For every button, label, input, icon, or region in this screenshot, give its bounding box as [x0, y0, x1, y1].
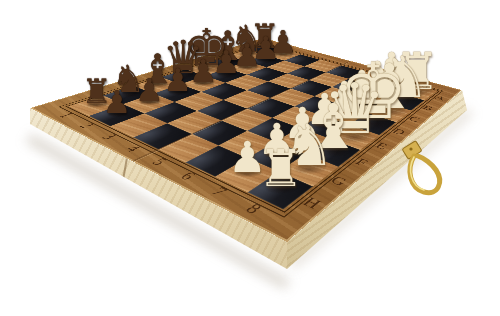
rank-label-1: 1 — [55, 112, 76, 120]
file-label-b: B — [421, 105, 435, 112]
clasp-loop — [410, 156, 440, 193]
file-label-d: D — [390, 127, 407, 136]
brass-clasp — [398, 140, 460, 204]
clasp-screw — [409, 147, 412, 150]
file-label-e: E — [373, 141, 390, 151]
file-label-c: C — [406, 115, 421, 123]
rank-label-6: 6 — [176, 170, 199, 182]
file-label-g: G — [327, 175, 349, 189]
rank-label-2: 2 — [76, 122, 97, 130]
rank-label-8: 8 — [241, 202, 264, 217]
chess-set-photo: 12345678HGFEDCBA ♜♟♞♟♝♟♚♟♛♟♟♝♜♟♟♞♞♟♟♜♝♟♟… — [0, 0, 500, 316]
file-label-f: F — [352, 157, 370, 168]
file-label-a: A — [433, 95, 447, 102]
rank-label-5: 5 — [148, 157, 170, 168]
rank-label-4: 4 — [122, 144, 144, 154]
rank-label-7: 7 — [207, 185, 230, 198]
file-label-h: H — [299, 196, 324, 212]
rank-label-3: 3 — [98, 132, 120, 141]
